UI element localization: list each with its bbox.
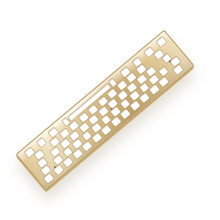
product-photo xyxy=(0,0,220,220)
tab-row xyxy=(36,53,184,179)
keyboard-plate xyxy=(16,30,195,191)
switch-cutout-grid xyxy=(21,35,189,185)
home-row xyxy=(31,47,179,173)
shift-row xyxy=(26,41,174,167)
